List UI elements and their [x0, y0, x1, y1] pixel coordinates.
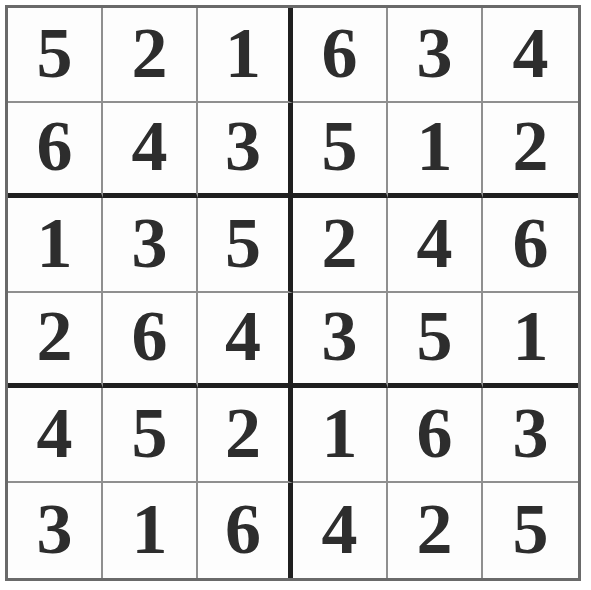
cell-digit: 3	[132, 207, 168, 279]
sudoku-cell[interactable]: 2	[388, 483, 483, 578]
cell-digit: 2	[513, 110, 549, 182]
sudoku-cell[interactable]: 3	[483, 388, 578, 483]
sudoku-cell[interactable]: 4	[483, 8, 578, 103]
sudoku-board: 521634643512135246264351452163316425	[5, 5, 581, 581]
cell-digit: 3	[225, 110, 261, 182]
sudoku-cell[interactable]: 2	[483, 103, 578, 198]
cell-digit: 5	[225, 207, 261, 279]
sudoku-cell[interactable]: 2	[198, 388, 293, 483]
cell-digit: 3	[417, 17, 453, 89]
sudoku-cell[interactable]: 3	[8, 483, 103, 578]
sudoku-cell[interactable]: 3	[293, 293, 388, 388]
cell-digit: 5	[37, 17, 73, 89]
cell-digit: 4	[225, 300, 261, 372]
cell-digit: 1	[37, 207, 73, 279]
sudoku-cell[interactable]: 4	[388, 198, 483, 293]
cell-digit: 5	[132, 397, 168, 469]
cell-digit: 1	[417, 110, 453, 182]
sudoku-cell[interactable]: 6	[388, 388, 483, 483]
sudoku-cell[interactable]: 2	[103, 8, 198, 103]
sudoku-cell[interactable]: 6	[198, 483, 293, 578]
sudoku-cell[interactable]: 1	[103, 483, 198, 578]
sudoku-cell[interactable]: 4	[8, 388, 103, 483]
sudoku-cell[interactable]: 3	[103, 198, 198, 293]
sudoku-cell[interactable]: 1	[293, 388, 388, 483]
cell-digit: 3	[513, 397, 549, 469]
cell-digit: 6	[225, 493, 261, 565]
cell-digit: 6	[417, 397, 453, 469]
sudoku-cell[interactable]: 1	[8, 198, 103, 293]
cell-digit: 6	[132, 300, 168, 372]
sudoku-cell[interactable]: 1	[483, 293, 578, 388]
cell-digit: 6	[37, 110, 73, 182]
sudoku-cell[interactable]: 4	[198, 293, 293, 388]
cell-digit: 6	[513, 207, 549, 279]
sudoku-cell[interactable]: 5	[293, 103, 388, 198]
sudoku-cell[interactable]: 3	[198, 103, 293, 198]
cell-digit: 1	[132, 493, 168, 565]
cell-digit: 5	[322, 110, 358, 182]
sudoku-cell[interactable]: 5	[8, 8, 103, 103]
sudoku-cell[interactable]: 1	[388, 103, 483, 198]
sudoku-cell[interactable]: 6	[293, 8, 388, 103]
sudoku-cell[interactable]: 3	[388, 8, 483, 103]
cell-digit: 2	[132, 17, 168, 89]
cell-digit: 3	[322, 300, 358, 372]
cell-digit: 2	[225, 397, 261, 469]
cell-digit: 5	[417, 300, 453, 372]
sudoku-cell[interactable]: 6	[8, 103, 103, 198]
sudoku-cell[interactable]: 6	[483, 198, 578, 293]
sudoku-page: 521634643512135246264351452163316425	[0, 0, 591, 590]
cell-digit: 2	[417, 493, 453, 565]
sudoku-cell[interactable]: 5	[388, 293, 483, 388]
cell-digit: 4	[132, 110, 168, 182]
cell-digit: 2	[37, 300, 73, 372]
sudoku-cell[interactable]: 2	[8, 293, 103, 388]
cell-digit: 6	[322, 17, 358, 89]
cell-digit: 4	[417, 207, 453, 279]
sudoku-cell[interactable]: 5	[483, 483, 578, 578]
cell-digit: 1	[322, 397, 358, 469]
cell-digit: 1	[513, 300, 549, 372]
sudoku-cell[interactable]: 4	[293, 483, 388, 578]
cell-digit: 3	[37, 493, 73, 565]
sudoku-cell[interactable]: 2	[293, 198, 388, 293]
sudoku-cell[interactable]: 1	[198, 8, 293, 103]
cell-digit: 4	[37, 397, 73, 469]
sudoku-cell[interactable]: 5	[103, 388, 198, 483]
sudoku-cell[interactable]: 6	[103, 293, 198, 388]
sudoku-cell[interactable]: 4	[103, 103, 198, 198]
cell-digit: 5	[513, 493, 549, 565]
sudoku-cell[interactable]: 5	[198, 198, 293, 293]
cell-digit: 4	[322, 493, 358, 565]
cell-digit: 1	[225, 17, 261, 89]
cell-digit: 4	[513, 17, 549, 89]
cell-digit: 2	[322, 207, 358, 279]
